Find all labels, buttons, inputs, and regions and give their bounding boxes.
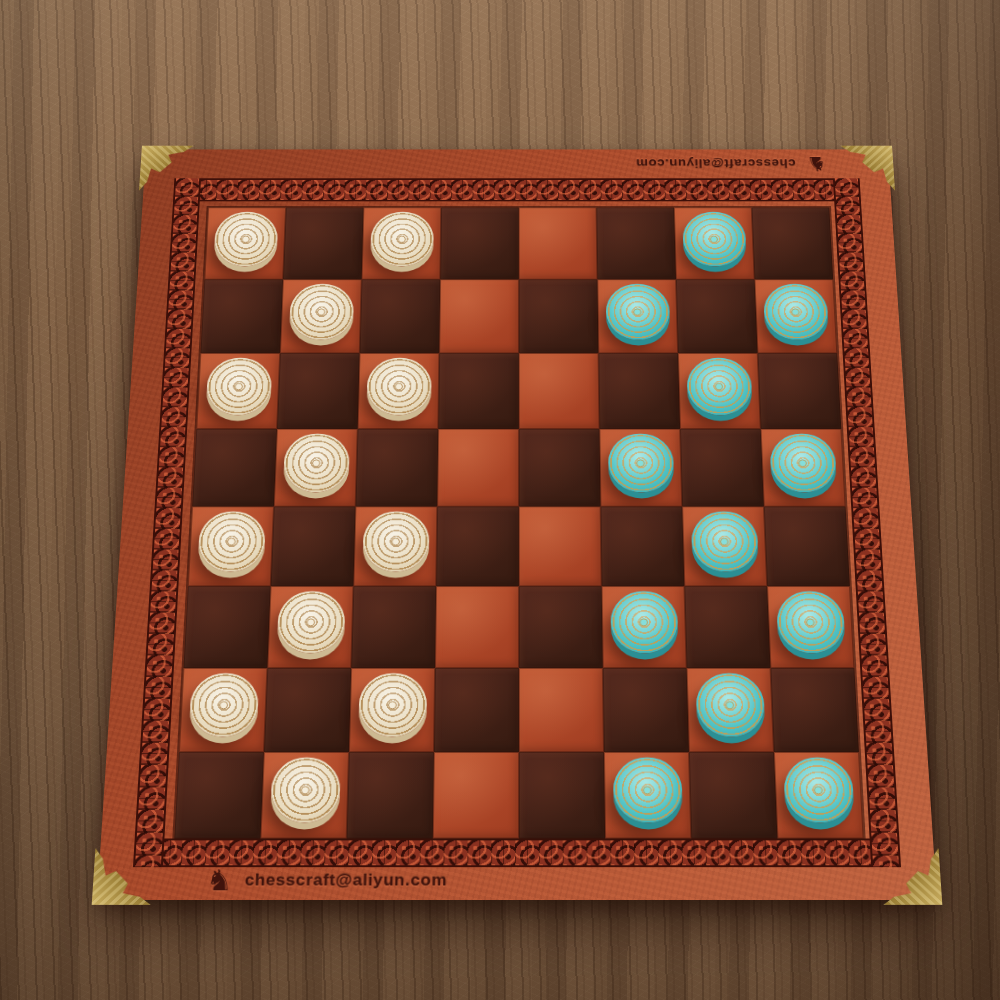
- square-e1[interactable]: [519, 752, 605, 838]
- checker-turquoise[interactable]: [762, 284, 828, 340]
- square-c6[interactable]: [358, 353, 440, 429]
- square-h8[interactable]: [752, 208, 834, 280]
- checker-turquoise[interactable]: [690, 511, 758, 572]
- checker-white[interactable]: [197, 511, 266, 572]
- square-c7[interactable]: [360, 279, 441, 353]
- square-g7[interactable]: [676, 279, 758, 353]
- square-g6[interactable]: [678, 353, 761, 429]
- square-b2[interactable]: [264, 668, 351, 752]
- checker-turquoise[interactable]: [695, 673, 765, 737]
- square-b8[interactable]: [283, 208, 364, 280]
- checker-turquoise[interactable]: [682, 212, 747, 267]
- square-g1[interactable]: [689, 752, 778, 838]
- checker-white[interactable]: [276, 591, 345, 653]
- square-b4[interactable]: [271, 507, 356, 587]
- square-b3[interactable]: [267, 586, 353, 668]
- square-g8[interactable]: [674, 208, 755, 280]
- board-field: [172, 206, 865, 840]
- maker-brand-bottom: ♞ chesscraft@aliyun.com: [205, 868, 447, 893]
- checker-turquoise[interactable]: [775, 591, 845, 653]
- checker-turquoise[interactable]: [610, 591, 678, 653]
- checker-white[interactable]: [362, 511, 429, 572]
- checker-white[interactable]: [366, 358, 432, 415]
- square-a3[interactable]: [184, 586, 271, 668]
- square-d2[interactable]: [434, 668, 519, 752]
- square-d1[interactable]: [433, 752, 519, 838]
- knight-logo-icon: ♞: [806, 154, 828, 174]
- square-h2[interactable]: [770, 668, 858, 752]
- square-f3[interactable]: [602, 586, 687, 668]
- square-d3[interactable]: [435, 586, 519, 668]
- embossed-border-top: [173, 178, 861, 201]
- square-g3[interactable]: [684, 586, 770, 668]
- square-h1[interactable]: [774, 752, 864, 838]
- square-f2[interactable]: [603, 668, 689, 752]
- square-e7[interactable]: [519, 279, 599, 353]
- maker-email-top: chesscraft@aliyun.com: [636, 157, 796, 170]
- square-b6[interactable]: [277, 353, 360, 429]
- square-h6[interactable]: [758, 353, 842, 429]
- square-c8[interactable]: [362, 208, 442, 280]
- square-d4[interactable]: [436, 507, 519, 587]
- square-d7[interactable]: [439, 279, 519, 353]
- square-a4[interactable]: [188, 507, 274, 587]
- square-h7[interactable]: [755, 279, 838, 353]
- square-c5[interactable]: [356, 429, 439, 507]
- wood-table: ♞ chesscraft@aliyun.com ♞ chesscraft@ali…: [0, 0, 1000, 1000]
- square-e8[interactable]: [519, 208, 598, 280]
- square-h3[interactable]: [767, 586, 854, 668]
- square-b1[interactable]: [260, 752, 348, 838]
- square-a2[interactable]: [179, 668, 267, 752]
- checker-white[interactable]: [270, 757, 341, 823]
- board-mat-perspective: ♞ chesscraft@aliyun.com ♞ chesscraft@ali…: [97, 149, 937, 900]
- knight-logo-icon: ♞: [205, 866, 233, 895]
- square-a5[interactable]: [192, 429, 277, 507]
- checker-white[interactable]: [288, 284, 353, 340]
- square-a7[interactable]: [200, 279, 283, 353]
- square-f8[interactable]: [596, 208, 676, 280]
- embossed-border-bottom: [133, 838, 901, 867]
- square-d5[interactable]: [437, 429, 519, 507]
- checker-white[interactable]: [358, 673, 427, 737]
- checker-white[interactable]: [188, 673, 259, 737]
- square-e4[interactable]: [519, 507, 602, 587]
- square-a6[interactable]: [196, 353, 280, 429]
- checker-turquoise[interactable]: [782, 757, 854, 823]
- square-e5[interactable]: [519, 429, 601, 507]
- checker-turquoise[interactable]: [769, 433, 837, 492]
- maker-email-bottom: chesscraft@aliyun.com: [244, 871, 447, 890]
- checker-white[interactable]: [370, 212, 434, 267]
- square-b5[interactable]: [274, 429, 358, 507]
- checker-turquoise[interactable]: [686, 358, 752, 415]
- square-f4[interactable]: [601, 507, 685, 587]
- checker-white[interactable]: [213, 212, 278, 267]
- checker-white[interactable]: [282, 433, 349, 492]
- maker-brand-top: ♞ chesscraft@aliyun.com: [561, 154, 827, 174]
- checker-turquoise[interactable]: [612, 757, 682, 823]
- square-c2[interactable]: [349, 668, 435, 752]
- square-h5[interactable]: [761, 429, 846, 507]
- leather-mat: ♞ chesscraft@aliyun.com ♞ chesscraft@ali…: [97, 149, 937, 900]
- square-e6[interactable]: [519, 353, 600, 429]
- checker-turquoise[interactable]: [605, 284, 670, 340]
- square-h4[interactable]: [764, 507, 850, 587]
- checker-turquoise[interactable]: [607, 433, 673, 492]
- checker-white[interactable]: [205, 358, 272, 415]
- square-d8[interactable]: [440, 208, 519, 280]
- square-c3[interactable]: [351, 586, 436, 668]
- square-a8[interactable]: [204, 208, 285, 280]
- square-e2[interactable]: [519, 668, 604, 752]
- square-f7[interactable]: [597, 279, 678, 353]
- square-a1[interactable]: [174, 752, 264, 838]
- square-g5[interactable]: [680, 429, 764, 507]
- square-e3[interactable]: [519, 586, 603, 668]
- square-c1[interactable]: [347, 752, 434, 838]
- square-f1[interactable]: [604, 752, 691, 838]
- square-b7[interactable]: [280, 279, 362, 353]
- square-f6[interactable]: [598, 353, 680, 429]
- square-c4[interactable]: [353, 507, 437, 587]
- square-f5[interactable]: [599, 429, 682, 507]
- square-g2[interactable]: [687, 668, 774, 752]
- square-d6[interactable]: [438, 353, 519, 429]
- square-g4[interactable]: [682, 507, 767, 587]
